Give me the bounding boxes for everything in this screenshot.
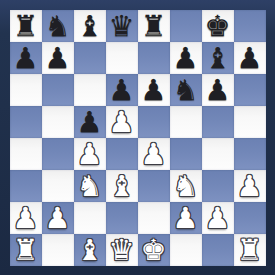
square-g4[interactable] (202, 138, 234, 170)
square-e5[interactable] (138, 106, 170, 138)
white-queen-d1[interactable]: ♛ (109, 234, 135, 266)
square-d5[interactable]: ♟ (106, 106, 138, 138)
square-b1[interactable] (42, 234, 74, 266)
black-pawn-g6[interactable]: ♟ (205, 74, 231, 106)
square-e6[interactable]: ♟ (138, 74, 170, 106)
white-pawn-g2[interactable]: ♟ (205, 202, 231, 234)
square-d1[interactable]: ♛ (106, 234, 138, 266)
white-bishop-c1[interactable]: ♝ (77, 234, 103, 266)
square-d2[interactable] (106, 202, 138, 234)
square-c1[interactable]: ♝ (74, 234, 106, 266)
white-pawn-d5[interactable]: ♟ (109, 106, 135, 138)
white-king-e1[interactable]: ♚ (141, 234, 167, 266)
white-pawn-a2[interactable]: ♟ (13, 202, 39, 234)
square-f4[interactable] (170, 138, 202, 170)
square-f7[interactable]: ♟ (170, 42, 202, 74)
white-knight-c3[interactable]: ♞ (77, 170, 103, 202)
square-f1[interactable] (170, 234, 202, 266)
square-f8[interactable] (170, 10, 202, 42)
square-b2[interactable]: ♟ (42, 202, 74, 234)
square-e8[interactable]: ♜ (138, 10, 170, 42)
square-e2[interactable] (138, 202, 170, 234)
square-b8[interactable]: ♞ (42, 10, 74, 42)
black-knight-f6[interactable]: ♞ (173, 74, 199, 106)
square-g8[interactable]: ♚ (202, 10, 234, 42)
square-b5[interactable] (42, 106, 74, 138)
square-h7[interactable]: ♟ (234, 42, 266, 74)
black-queen-d8[interactable]: ♛ (109, 10, 135, 42)
square-g6[interactable]: ♟ (202, 74, 234, 106)
square-b4[interactable] (42, 138, 74, 170)
square-h3[interactable]: ♟ (234, 170, 266, 202)
black-pawn-c5[interactable]: ♟ (77, 106, 103, 138)
square-g5[interactable] (202, 106, 234, 138)
square-h5[interactable] (234, 106, 266, 138)
white-pawn-f2[interactable]: ♟ (173, 202, 199, 234)
black-rook-a8[interactable]: ♜ (13, 10, 39, 42)
square-f5[interactable] (170, 106, 202, 138)
white-pawn-b2[interactable]: ♟ (45, 202, 71, 234)
black-knight-b8[interactable]: ♞ (45, 10, 71, 42)
square-f6[interactable]: ♞ (170, 74, 202, 106)
white-pawn-c4[interactable]: ♟ (77, 138, 103, 170)
square-c3[interactable]: ♞ (74, 170, 106, 202)
square-a7[interactable]: ♟ (10, 42, 42, 74)
square-f3[interactable]: ♞ (170, 170, 202, 202)
white-rook-h1[interactable]: ♜ (237, 234, 263, 266)
white-pawn-h3[interactable]: ♟ (237, 170, 263, 202)
square-a8[interactable]: ♜ (10, 10, 42, 42)
square-h2[interactable] (234, 202, 266, 234)
square-a3[interactable] (10, 170, 42, 202)
square-a2[interactable]: ♟ (10, 202, 42, 234)
square-e7[interactable] (138, 42, 170, 74)
square-b6[interactable] (42, 74, 74, 106)
square-b7[interactable]: ♟ (42, 42, 74, 74)
chess-board: ♜♞♝♛♜♚♟♟♟♝♟♟♟♞♟♟♟♟♟♞♝♞♟♟♟♟♟♜♝♛♚♜ (10, 10, 266, 266)
square-a5[interactable] (10, 106, 42, 138)
square-c8[interactable]: ♝ (74, 10, 106, 42)
square-c4[interactable]: ♟ (74, 138, 106, 170)
square-g3[interactable] (202, 170, 234, 202)
square-c2[interactable] (74, 202, 106, 234)
square-g7[interactable]: ♝ (202, 42, 234, 74)
black-rook-e8[interactable]: ♜ (141, 10, 167, 42)
white-bishop-d3[interactable]: ♝ (109, 170, 135, 202)
square-b3[interactable] (42, 170, 74, 202)
black-pawn-f7[interactable]: ♟ (173, 42, 199, 74)
square-c6[interactable] (74, 74, 106, 106)
square-h8[interactable] (234, 10, 266, 42)
black-pawn-b7[interactable]: ♟ (45, 42, 71, 74)
square-h1[interactable]: ♜ (234, 234, 266, 266)
square-d3[interactable]: ♝ (106, 170, 138, 202)
square-e3[interactable] (138, 170, 170, 202)
black-bishop-g7[interactable]: ♝ (205, 42, 231, 74)
square-h6[interactable] (234, 74, 266, 106)
square-d4[interactable] (106, 138, 138, 170)
square-g2[interactable]: ♟ (202, 202, 234, 234)
white-rook-a1[interactable]: ♜ (13, 234, 39, 266)
black-pawn-h7[interactable]: ♟ (237, 42, 263, 74)
square-d7[interactable] (106, 42, 138, 74)
square-f2[interactable]: ♟ (170, 202, 202, 234)
square-d8[interactable]: ♛ (106, 10, 138, 42)
black-king-g8[interactable]: ♚ (205, 10, 231, 42)
square-c7[interactable] (74, 42, 106, 74)
square-d6[interactable]: ♟ (106, 74, 138, 106)
black-bishop-c8[interactable]: ♝ (77, 10, 103, 42)
white-pawn-e4[interactable]: ♟ (141, 138, 167, 170)
square-e4[interactable]: ♟ (138, 138, 170, 170)
square-a4[interactable] (10, 138, 42, 170)
white-knight-f3[interactable]: ♞ (173, 170, 199, 202)
black-pawn-a7[interactable]: ♟ (13, 42, 39, 74)
square-a1[interactable]: ♜ (10, 234, 42, 266)
black-pawn-d6[interactable]: ♟ (109, 74, 135, 106)
black-pawn-e6[interactable]: ♟ (141, 74, 167, 106)
square-g1[interactable] (202, 234, 234, 266)
square-c5[interactable]: ♟ (74, 106, 106, 138)
square-e1[interactable]: ♚ (138, 234, 170, 266)
square-h4[interactable] (234, 138, 266, 170)
square-a6[interactable] (10, 74, 42, 106)
chess-board-frame: ♜♞♝♛♜♚♟♟♟♝♟♟♟♞♟♟♟♟♟♞♝♞♟♟♟♟♟♜♝♛♚♜ (0, 0, 275, 275)
